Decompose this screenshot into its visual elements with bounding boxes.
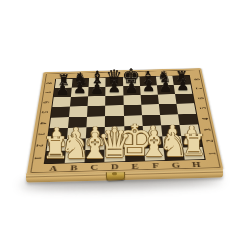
square-c5[interactable]	[87, 106, 105, 117]
piece-black-pawn[interactable]: ♟	[142, 79, 155, 94]
piece-black-pawn[interactable]: ♟	[125, 80, 139, 95]
square-f5[interactable]	[141, 104, 160, 115]
square-b6[interactable]	[70, 97, 88, 107]
square-g6[interactable]	[158, 94, 177, 104]
square-d5[interactable]	[105, 105, 123, 116]
piece-black-pawn[interactable]: ♟	[108, 80, 122, 95]
square-h5[interactable]	[176, 103, 196, 114]
square-d6[interactable]	[106, 96, 124, 106]
piece-white-bishop[interactable]: ♝	[139, 127, 170, 162]
square-a5[interactable]	[51, 107, 70, 118]
piece-white-queen[interactable]: ♛	[97, 124, 132, 163]
square-h6[interactable]	[175, 94, 194, 104]
piece-black-pawn[interactable]: ♟	[176, 79, 189, 94]
piece-white-rook[interactable]: ♜	[181, 131, 207, 160]
square-c6[interactable]	[88, 96, 106, 106]
file-label: A	[43, 165, 64, 173]
piece-black-pawn[interactable]: ♟	[90, 80, 104, 95]
piece-white-knight[interactable]: ♞	[60, 130, 90, 164]
file-label: H	[186, 161, 208, 169]
square-f6[interactable]	[140, 95, 158, 105]
square-g5[interactable]	[159, 104, 178, 115]
square-b5[interactable]	[69, 106, 88, 117]
piece-black-pawn[interactable]: ♟	[159, 79, 172, 94]
product-photo: ABCDEFGH ABCDEFGH 87654321 87654321 ♜♞♝♛…	[0, 0, 235, 235]
square-e5[interactable]	[123, 105, 141, 116]
piece-black-pawn[interactable]: ♟	[73, 81, 87, 96]
square-a6[interactable]	[52, 97, 71, 107]
piece-black-pawn[interactable]: ♟	[56, 81, 70, 96]
square-e6[interactable]	[123, 95, 141, 105]
